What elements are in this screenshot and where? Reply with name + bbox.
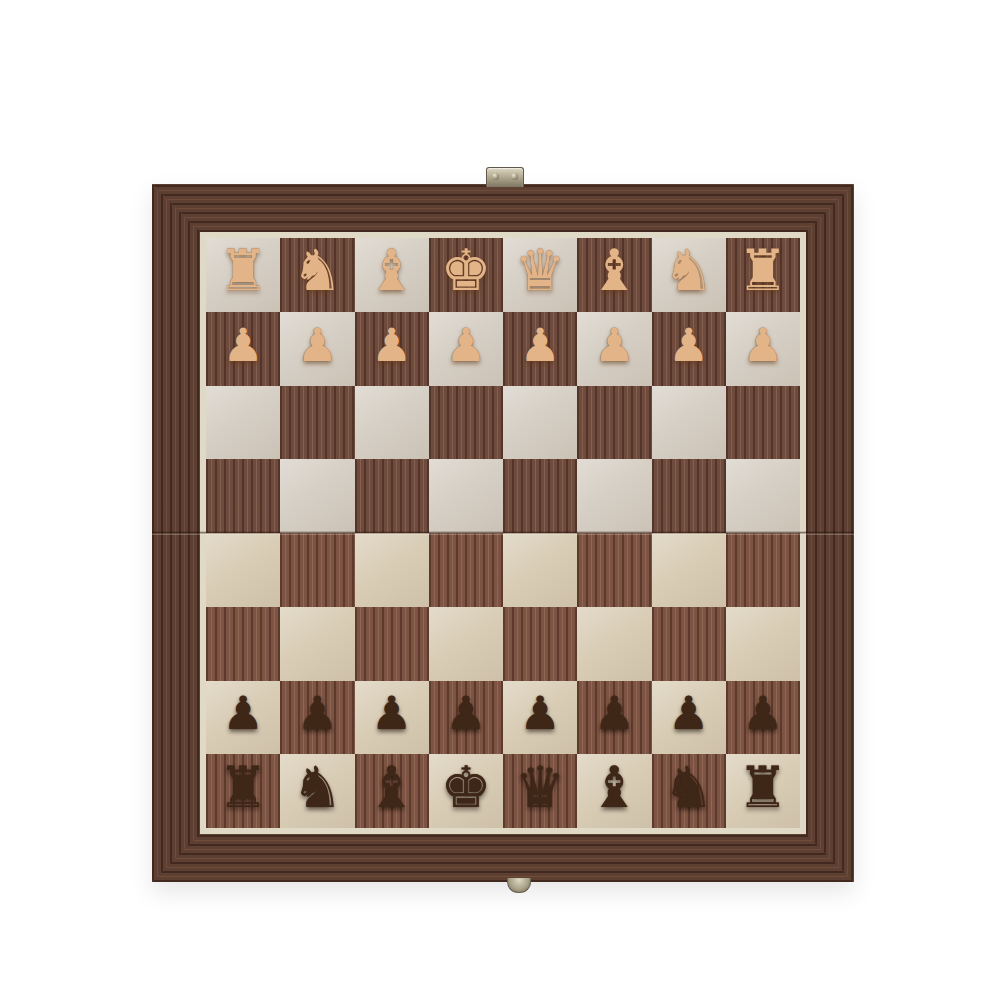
square-e5[interactable] [429,533,503,607]
square-a2[interactable]: ♟ [726,312,800,386]
piece-white-pawn[interactable]: ♟ [520,322,561,368]
square-e7[interactable]: ♟ [429,681,503,755]
board-frame-bottom [152,834,854,882]
square-b7[interactable]: ♟ [652,681,726,755]
square-d2[interactable]: ♟ [503,312,577,386]
square-d4[interactable] [503,459,577,533]
board-frame-left [152,184,200,882]
square-e2[interactable]: ♟ [429,312,503,386]
piece-black-pawn[interactable]: ♟ [297,690,338,736]
piece-white-rook[interactable]: ♜ [218,242,269,299]
square-a4[interactable] [726,459,800,533]
piece-black-pawn[interactable]: ♟ [668,690,709,736]
square-c4[interactable] [577,459,651,533]
square-a3[interactable] [726,386,800,460]
square-f8[interactable]: ♝ [355,754,429,828]
square-c3[interactable] [577,386,651,460]
square-d7[interactable]: ♟ [503,681,577,755]
square-a6[interactable] [726,607,800,681]
board-grid: ♜♞♝♚♛♝♞♜♟♟♟♟♟♟♟♟♟♟♟♟♟♟♟♟♜♞♝♚♛♝♞♜ [206,238,800,828]
square-g8[interactable]: ♞ [280,754,354,828]
square-a8[interactable]: ♜ [726,754,800,828]
square-b2[interactable]: ♟ [652,312,726,386]
board-frame-top [152,184,854,232]
square-b4[interactable] [652,459,726,533]
square-f3[interactable] [355,386,429,460]
square-c8[interactable]: ♝ [577,754,651,828]
square-h5[interactable] [206,533,280,607]
piece-black-pawn[interactable]: ♟ [594,690,635,736]
square-f4[interactable] [355,459,429,533]
piece-black-queen[interactable]: ♛ [515,759,566,816]
piece-white-knight[interactable]: ♞ [663,242,714,299]
square-c5[interactable] [577,533,651,607]
square-h3[interactable] [206,386,280,460]
piece-black-knight[interactable]: ♞ [663,759,714,816]
square-g1[interactable]: ♞ [280,238,354,312]
square-d3[interactable] [503,386,577,460]
square-h7[interactable]: ♟ [206,681,280,755]
square-g3[interactable] [280,386,354,460]
square-g4[interactable] [280,459,354,533]
piece-black-bishop[interactable]: ♝ [589,759,640,816]
square-e4[interactable] [429,459,503,533]
square-b8[interactable]: ♞ [652,754,726,828]
square-g6[interactable] [280,607,354,681]
piece-black-rook[interactable]: ♜ [737,759,788,816]
square-d1[interactable]: ♛ [503,238,577,312]
square-b6[interactable] [652,607,726,681]
piece-white-pawn[interactable]: ♟ [371,322,412,368]
square-h6[interactable] [206,607,280,681]
square-c7[interactable]: ♟ [577,681,651,755]
piece-white-pawn[interactable]: ♟ [594,322,635,368]
piece-black-bishop[interactable]: ♝ [366,759,417,816]
piece-black-knight[interactable]: ♞ [292,759,343,816]
piece-white-knight[interactable]: ♞ [292,242,343,299]
square-c2[interactable]: ♟ [577,312,651,386]
square-c1[interactable]: ♝ [577,238,651,312]
piece-white-queen[interactable]: ♛ [515,242,566,299]
square-c6[interactable] [577,607,651,681]
square-b5[interactable] [652,533,726,607]
square-a1[interactable]: ♜ [726,238,800,312]
piece-white-pawn[interactable]: ♟ [223,322,264,368]
piece-black-pawn[interactable]: ♟ [520,690,561,736]
piece-black-pawn[interactable]: ♟ [742,690,783,736]
square-e6[interactable] [429,607,503,681]
square-d8[interactable]: ♛ [503,754,577,828]
square-e3[interactable] [429,386,503,460]
square-f2[interactable]: ♟ [355,312,429,386]
clasp-knob-icon [507,878,531,893]
piece-white-pawn[interactable]: ♟ [445,322,486,368]
square-h2[interactable]: ♟ [206,312,280,386]
piece-black-king[interactable]: ♚ [440,759,491,816]
board-frame-right [806,184,854,882]
latch-clasp-icon [486,167,524,187]
square-f5[interactable] [355,533,429,607]
chess-board: ♜♞♝♚♛♝♞♜♟♟♟♟♟♟♟♟♟♟♟♟♟♟♟♟♜♞♝♚♛♝♞♜ [152,184,854,882]
square-a7[interactable]: ♟ [726,681,800,755]
square-b1[interactable]: ♞ [652,238,726,312]
square-h8[interactable]: ♜ [206,754,280,828]
piece-white-bishop[interactable]: ♝ [366,242,417,299]
photo-canvas: ♜♞♝♚♛♝♞♜♟♟♟♟♟♟♟♟♟♟♟♟♟♟♟♟♜♞♝♚♛♝♞♜ [0,0,1000,1000]
piece-white-pawn[interactable]: ♟ [668,322,709,368]
square-e1[interactable]: ♚ [429,238,503,312]
piece-black-pawn[interactable]: ♟ [371,690,412,736]
square-g5[interactable] [280,533,354,607]
square-b3[interactable] [652,386,726,460]
piece-white-pawn[interactable]: ♟ [742,322,783,368]
piece-white-bishop[interactable]: ♝ [589,242,640,299]
square-a5[interactable] [726,533,800,607]
square-f6[interactable] [355,607,429,681]
square-h1[interactable]: ♜ [206,238,280,312]
piece-black-rook[interactable]: ♜ [218,759,269,816]
piece-black-pawn[interactable]: ♟ [445,690,486,736]
square-d6[interactable] [503,607,577,681]
piece-white-king[interactable]: ♚ [440,242,491,299]
piece-white-pawn[interactable]: ♟ [297,322,338,368]
square-g7[interactable]: ♟ [280,681,354,755]
square-g2[interactable]: ♟ [280,312,354,386]
square-e8[interactable]: ♚ [429,754,503,828]
square-h4[interactable] [206,459,280,533]
square-f1[interactable]: ♝ [355,238,429,312]
square-d5[interactable] [503,533,577,607]
square-f7[interactable]: ♟ [355,681,429,755]
piece-white-rook[interactable]: ♜ [737,242,788,299]
piece-black-pawn[interactable]: ♟ [223,690,264,736]
